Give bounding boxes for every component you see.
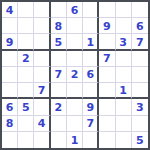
- cell-r7c8[interactable]: [116, 99, 132, 115]
- cell-r8c2[interactable]: [18, 116, 34, 132]
- cell-r5c2[interactable]: [18, 67, 34, 83]
- cell-r1c3[interactable]: [34, 2, 50, 18]
- cell-r2c4[interactable]: 8: [51, 18, 67, 34]
- cell-r8c5[interactable]: [67, 116, 83, 132]
- cell-r9c2[interactable]: [18, 132, 34, 148]
- sudoku-board: 468969513727726716529384715: [0, 0, 150, 150]
- cell-r1c7[interactable]: [99, 2, 115, 18]
- cell-r3c7[interactable]: [99, 34, 115, 50]
- cell-r6c7[interactable]: [99, 83, 115, 99]
- cell-r2c8[interactable]: [116, 18, 132, 34]
- cell-r7c7[interactable]: [99, 99, 115, 115]
- cell-r3c9[interactable]: 7: [132, 34, 148, 50]
- cell-r8c7[interactable]: [99, 116, 115, 132]
- cell-r8c6[interactable]: 7: [83, 116, 99, 132]
- sudoku-app: 468969513727726716529384715: [0, 0, 150, 150]
- cell-r4c7[interactable]: 7: [99, 51, 115, 67]
- cell-r4c6[interactable]: [83, 51, 99, 67]
- cell-r3c3[interactable]: [34, 34, 50, 50]
- cell-r1c4[interactable]: [51, 2, 67, 18]
- cell-r5c9[interactable]: [132, 67, 148, 83]
- cell-r5c4[interactable]: 7: [51, 67, 67, 83]
- cell-r6c6[interactable]: [83, 83, 99, 99]
- cell-r8c4[interactable]: [51, 116, 67, 132]
- cell-r9c1[interactable]: [2, 132, 18, 148]
- cell-r6c8[interactable]: 1: [116, 83, 132, 99]
- cell-r1c1[interactable]: 4: [2, 2, 18, 18]
- cell-r2c3[interactable]: [34, 18, 50, 34]
- cell-r8c3[interactable]: 4: [34, 116, 50, 132]
- cell-r7c9[interactable]: 3: [132, 99, 148, 115]
- cell-r6c1[interactable]: [2, 83, 18, 99]
- cell-r7c3[interactable]: [34, 99, 50, 115]
- cell-r7c6[interactable]: 9: [83, 99, 99, 115]
- cell-r4c8[interactable]: [116, 51, 132, 67]
- cell-r5c5[interactable]: 2: [67, 67, 83, 83]
- cell-r9c8[interactable]: [116, 132, 132, 148]
- cell-r7c1[interactable]: 6: [2, 99, 18, 115]
- cell-r4c5[interactable]: [67, 51, 83, 67]
- cell-r1c2[interactable]: [18, 2, 34, 18]
- cell-r1c9[interactable]: [132, 2, 148, 18]
- cell-r9c7[interactable]: [99, 132, 115, 148]
- cell-r7c5[interactable]: [67, 99, 83, 115]
- cell-r5c1[interactable]: [2, 67, 18, 83]
- cell-r6c2[interactable]: [18, 83, 34, 99]
- cell-r3c8[interactable]: 3: [116, 34, 132, 50]
- cell-r2c1[interactable]: [2, 18, 18, 34]
- cell-r2c7[interactable]: 9: [99, 18, 115, 34]
- cell-r4c3[interactable]: [34, 51, 50, 67]
- cell-r1c6[interactable]: [83, 2, 99, 18]
- cell-r9c4[interactable]: [51, 132, 67, 148]
- cell-r5c7[interactable]: [99, 67, 115, 83]
- cell-r8c1[interactable]: 8: [2, 116, 18, 132]
- cell-r9c3[interactable]: [34, 132, 50, 148]
- cell-r2c5[interactable]: [67, 18, 83, 34]
- cell-r5c8[interactable]: [116, 67, 132, 83]
- cell-r3c2[interactable]: [18, 34, 34, 50]
- cell-r4c4[interactable]: [51, 51, 67, 67]
- cell-r4c2[interactable]: 2: [18, 51, 34, 67]
- cell-r4c9[interactable]: [132, 51, 148, 67]
- cell-r2c9[interactable]: 6: [132, 18, 148, 34]
- cell-r5c3[interactable]: [34, 67, 50, 83]
- cell-r6c5[interactable]: [67, 83, 83, 99]
- cell-r8c8[interactable]: [116, 116, 132, 132]
- cell-r1c5[interactable]: 6: [67, 2, 83, 18]
- cell-r2c2[interactable]: [18, 18, 34, 34]
- cell-r9c6[interactable]: [83, 132, 99, 148]
- cell-r6c9[interactable]: [132, 83, 148, 99]
- cell-r6c4[interactable]: [51, 83, 67, 99]
- cell-r2c6[interactable]: [83, 18, 99, 34]
- cell-r3c5[interactable]: [67, 34, 83, 50]
- cell-r3c4[interactable]: 5: [51, 34, 67, 50]
- cell-r9c9[interactable]: 5: [132, 132, 148, 148]
- cell-r7c4[interactable]: 2: [51, 99, 67, 115]
- cell-r8c9[interactable]: [132, 116, 148, 132]
- cell-r5c6[interactable]: 6: [83, 67, 99, 83]
- cell-r6c3[interactable]: 7: [34, 83, 50, 99]
- cell-r4c1[interactable]: [2, 51, 18, 67]
- cell-r1c8[interactable]: [116, 2, 132, 18]
- cell-r3c1[interactable]: 9: [2, 34, 18, 50]
- cell-r9c5[interactable]: 1: [67, 132, 83, 148]
- cell-r7c2[interactable]: 5: [18, 99, 34, 115]
- cell-r3c6[interactable]: 1: [83, 34, 99, 50]
